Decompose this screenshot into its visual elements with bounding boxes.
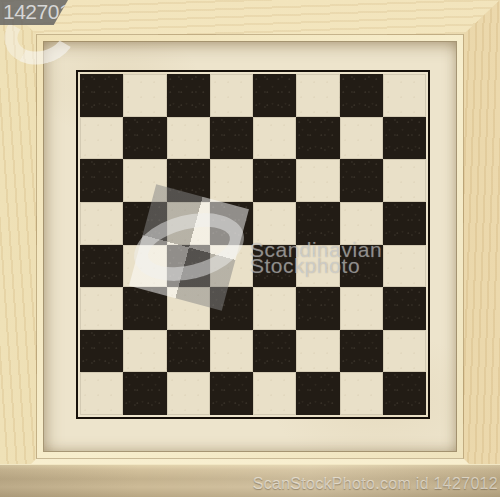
board-square-e7 (253, 117, 296, 160)
board-square-d2 (210, 330, 253, 373)
board-square-b5 (123, 202, 166, 245)
board-square-e3 (253, 287, 296, 330)
board-field (44, 42, 456, 451)
board-square-e6 (253, 159, 296, 202)
board-square-b7 (123, 117, 166, 160)
board-square-a4 (80, 245, 123, 288)
board-square-c7 (167, 117, 210, 160)
board-square-g8 (340, 74, 383, 117)
board-square-b6 (123, 159, 166, 202)
board-square-c5 (167, 202, 210, 245)
board-square-c6 (167, 159, 210, 202)
board-square-f4 (296, 245, 339, 288)
board-square-h1 (383, 372, 426, 415)
board-square-b2 (123, 330, 166, 373)
board-square-b3 (123, 287, 166, 330)
frame-inner-bevel (37, 35, 463, 458)
board-square-h6 (383, 159, 426, 202)
board-square-h7 (383, 117, 426, 160)
board-square-g3 (340, 287, 383, 330)
board-square-e5 (253, 202, 296, 245)
board-square-f8 (296, 74, 339, 117)
board-square-c8 (167, 74, 210, 117)
board-square-f7 (296, 117, 339, 160)
board-square-b8 (123, 74, 166, 117)
board-square-e1 (253, 372, 296, 415)
board-square-f3 (296, 287, 339, 330)
stock-photo: Scandinavian Stockphoto 1427012 ScanStoc… (0, 0, 500, 497)
board-square-d4 (210, 245, 253, 288)
board-square-a6 (80, 159, 123, 202)
board-square-h4 (383, 245, 426, 288)
board-square-f1 (296, 372, 339, 415)
board-square-e8 (253, 74, 296, 117)
board-square-g2 (340, 330, 383, 373)
board-square-g6 (340, 159, 383, 202)
board-square-f5 (296, 202, 339, 245)
board-square-g4 (340, 245, 383, 288)
frame-front-edge (0, 464, 500, 497)
board-square-c1 (167, 372, 210, 415)
board-square-h8 (383, 74, 426, 117)
board-square-h2 (383, 330, 426, 373)
board-square-d7 (210, 117, 253, 160)
board-square-a3 (80, 287, 123, 330)
board-square-d5 (210, 202, 253, 245)
board-square-h5 (383, 202, 426, 245)
board-square-b1 (123, 372, 166, 415)
board-square-a7 (80, 117, 123, 160)
board-grid (76, 70, 430, 419)
board-square-a1 (80, 372, 123, 415)
board-square-e4 (253, 245, 296, 288)
board-square-a8 (80, 74, 123, 117)
board-square-f2 (296, 330, 339, 373)
board-square-a5 (80, 202, 123, 245)
board-square-e2 (253, 330, 296, 373)
board-square-g5 (340, 202, 383, 245)
board-square-b4 (123, 245, 166, 288)
board-square-a2 (80, 330, 123, 373)
board-square-c3 (167, 287, 210, 330)
board-square-c2 (167, 330, 210, 373)
board-square-d3 (210, 287, 253, 330)
board-square-c4 (167, 245, 210, 288)
board-square-g1 (340, 372, 383, 415)
board-square-g7 (340, 117, 383, 160)
board-square-h3 (383, 287, 426, 330)
board-square-d8 (210, 74, 253, 117)
board-square-d6 (210, 159, 253, 202)
board-square-d1 (210, 372, 253, 415)
board-square-f6 (296, 159, 339, 202)
